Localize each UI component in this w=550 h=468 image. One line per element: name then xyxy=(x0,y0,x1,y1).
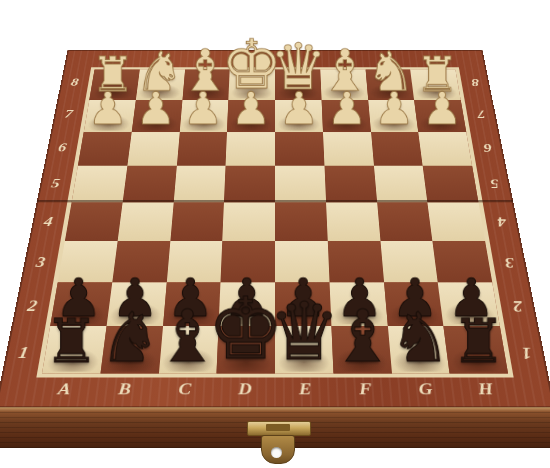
white-pawn[interactable]: ♟ xyxy=(279,86,319,131)
latch-hole xyxy=(271,447,282,458)
rank-label-left-8: 8 xyxy=(60,77,90,89)
square-a1[interactable]: ♜ xyxy=(42,326,106,373)
rank-label-right-1: 1 xyxy=(508,344,546,362)
square-g4[interactable] xyxy=(377,202,433,241)
file-label-e: E xyxy=(275,380,336,398)
square-g6[interactable] xyxy=(371,132,423,166)
square-d7[interactable]: ♟ xyxy=(227,100,275,132)
square-g5[interactable] xyxy=(374,166,428,202)
file-label-g: G xyxy=(395,380,457,398)
square-h5[interactable] xyxy=(423,166,479,202)
rank-label-left-6: 6 xyxy=(46,141,78,154)
white-pawn[interactable]: ♟ xyxy=(88,86,128,131)
rank-label-right-3: 3 xyxy=(492,254,527,270)
square-h7[interactable]: ♟ xyxy=(414,100,466,132)
square-h1[interactable]: ♜ xyxy=(444,326,508,373)
board-squares: ♜♞♝♚♛♝♞♜♟♟♟♟♟♟♟♟♟♟♟♟♟♟♟♟♜♞♝♚♛♝♞♜ xyxy=(36,67,513,377)
white-pawn[interactable]: ♟ xyxy=(327,86,367,131)
rank-label-left-1: 1 xyxy=(4,344,42,362)
square-d1[interactable]: ♚ xyxy=(217,326,275,373)
square-e5[interactable] xyxy=(275,166,326,202)
black-rook[interactable]: ♜ xyxy=(452,311,506,371)
square-f7[interactable]: ♟ xyxy=(321,100,370,132)
square-h6[interactable] xyxy=(418,132,472,166)
chess-board: ♜♞♝♚♛♝♞♜♟♟♟♟♟♟♟♟♟♟♟♟♟♟♟♟♜♞♝♚♛♝♞♜ 8877665… xyxy=(0,50,550,408)
square-c6[interactable] xyxy=(176,132,227,166)
file-label-c: C xyxy=(154,380,215,398)
square-e7[interactable]: ♟ xyxy=(275,100,323,132)
square-b6[interactable] xyxy=(127,132,179,166)
square-b5[interactable] xyxy=(122,166,176,202)
square-c5[interactable] xyxy=(173,166,225,202)
rank-label-right-4: 4 xyxy=(485,214,519,229)
square-b7[interactable]: ♟ xyxy=(132,100,183,132)
square-e6[interactable] xyxy=(275,132,324,166)
white-pawn[interactable]: ♟ xyxy=(183,86,223,131)
rank-label-right-7: 7 xyxy=(466,108,497,120)
file-label-a: A xyxy=(33,380,96,398)
rank-label-left-5: 5 xyxy=(39,177,72,191)
black-rook[interactable]: ♜ xyxy=(44,311,98,371)
white-pawn[interactable]: ♟ xyxy=(374,86,414,131)
white-pawn[interactable]: ♟ xyxy=(422,86,462,131)
rank-label-left-7: 7 xyxy=(53,108,84,120)
square-f5[interactable] xyxy=(324,166,376,202)
square-d5[interactable] xyxy=(224,166,275,202)
rank-label-left-4: 4 xyxy=(31,214,65,229)
white-pawn[interactable]: ♟ xyxy=(231,86,271,131)
square-a4[interactable] xyxy=(65,202,123,241)
square-b1[interactable]: ♞ xyxy=(100,326,162,373)
square-f1[interactable]: ♝ xyxy=(331,326,391,373)
square-a5[interactable] xyxy=(72,166,128,202)
rank-label-right-8: 8 xyxy=(460,77,490,89)
square-c7[interactable]: ♟ xyxy=(179,100,228,132)
white-pawn[interactable]: ♟ xyxy=(136,86,176,131)
rank-label-right-5: 5 xyxy=(478,177,511,191)
rank-label-left-3: 3 xyxy=(23,254,58,270)
file-label-f: F xyxy=(335,380,396,398)
hinge-seam xyxy=(37,200,514,202)
black-knight[interactable]: ♞ xyxy=(390,304,451,372)
square-c4[interactable] xyxy=(170,202,224,241)
square-g1[interactable]: ♞ xyxy=(387,326,449,373)
chess-set-photo: ♜♞♝♚♛♝♞♜♟♟♟♟♟♟♟♟♟♟♟♟♟♟♟♟♜♞♝♚♛♝♞♜ 8877665… xyxy=(0,0,550,468)
square-e1[interactable]: ♛ xyxy=(275,326,333,373)
square-f4[interactable] xyxy=(326,202,380,241)
square-h4[interactable] xyxy=(428,202,486,241)
file-label-d: D xyxy=(214,380,275,398)
file-label-h: H xyxy=(454,380,517,398)
square-b4[interactable] xyxy=(117,202,173,241)
square-f6[interactable] xyxy=(323,132,374,166)
square-e4[interactable] xyxy=(275,202,328,241)
square-d6[interactable] xyxy=(226,132,275,166)
square-a7[interactable]: ♟ xyxy=(84,100,136,132)
file-label-b: B xyxy=(93,380,155,398)
square-d4[interactable] xyxy=(222,202,275,241)
black-bishop[interactable]: ♝ xyxy=(330,300,395,372)
square-a6[interactable] xyxy=(78,132,132,166)
latch-plate xyxy=(247,421,311,436)
rank-label-right-6: 6 xyxy=(472,141,504,154)
black-knight[interactable]: ♞ xyxy=(99,304,160,372)
black-queen[interactable]: ♛ xyxy=(268,292,340,372)
square-g7[interactable]: ♟ xyxy=(368,100,419,132)
